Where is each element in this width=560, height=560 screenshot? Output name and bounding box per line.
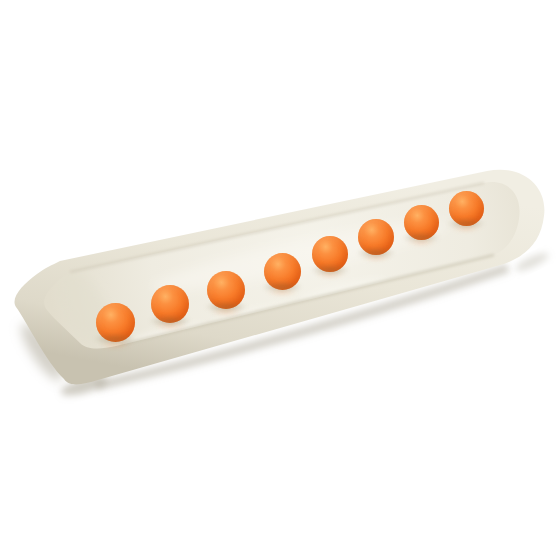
ball-cell-5[interactable] [312, 236, 348, 272]
ball-cell-7[interactable] [404, 205, 439, 240]
ball-row [0, 0, 560, 560]
ball-cell-1[interactable] [96, 303, 135, 342]
ball-cell-2[interactable] [151, 285, 189, 323]
ball-cell-6[interactable] [358, 219, 394, 255]
scene [0, 0, 560, 560]
ball-cell-8[interactable] [449, 191, 484, 226]
ball-cell-4[interactable] [264, 253, 301, 290]
ball-cell-3[interactable] [207, 271, 245, 309]
